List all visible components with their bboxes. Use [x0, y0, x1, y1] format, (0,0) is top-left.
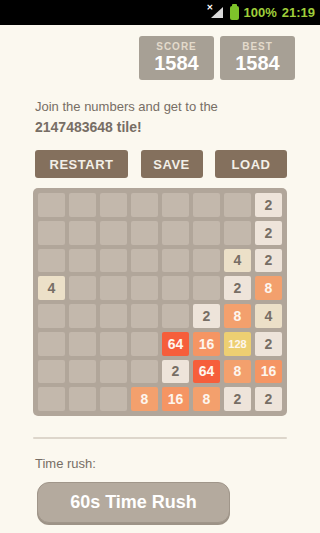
empty-cell — [100, 360, 127, 384]
empty-cell — [162, 193, 189, 217]
empty-cell — [69, 193, 96, 217]
tile-8: 8 — [224, 304, 251, 328]
empty-cell — [100, 193, 127, 217]
empty-cell — [38, 249, 65, 273]
tile-2: 2 — [255, 249, 282, 273]
battery-percent: 100% — [244, 5, 277, 20]
scoreboard: SCORE 1584 BEST 1584 — [0, 36, 295, 80]
empty-cell — [131, 249, 158, 273]
empty-cell — [131, 221, 158, 245]
empty-cell — [69, 387, 96, 411]
clock: 21:19 — [282, 5, 315, 20]
toolbar: RESTART SAVE LOAD — [35, 150, 287, 178]
tile-2: 2 — [255, 387, 282, 411]
empty-cell — [38, 387, 65, 411]
tile-4: 4 — [224, 249, 251, 273]
empty-cell — [100, 276, 127, 300]
app-screen: ✕ 100% 21:19 SCORE 1584 BEST 1584 Join t… — [0, 0, 320, 533]
empty-cell — [100, 221, 127, 245]
empty-cell — [162, 304, 189, 328]
empty-cell — [38, 304, 65, 328]
empty-cell — [193, 276, 220, 300]
empty-cell — [38, 193, 65, 217]
empty-cell — [69, 360, 96, 384]
tile-64: 64 — [193, 360, 220, 384]
tile-2: 2 — [224, 387, 251, 411]
tile-8: 8 — [193, 387, 220, 411]
empty-cell — [38, 221, 65, 245]
tile-4: 4 — [255, 304, 282, 328]
empty-cell — [69, 276, 96, 300]
score-value: 1584 — [151, 52, 202, 74]
tile-8: 8 — [131, 387, 158, 411]
best-box: BEST 1584 — [220, 36, 295, 80]
save-button[interactable]: SAVE — [141, 150, 203, 178]
time-rush-label: Time rush: — [35, 456, 320, 471]
empty-cell — [162, 249, 189, 273]
tile-2: 2 — [224, 276, 251, 300]
tile-16: 16 — [193, 332, 220, 356]
empty-cell — [131, 276, 158, 300]
empty-cell — [100, 249, 127, 273]
tile-2: 2 — [255, 332, 282, 356]
empty-cell — [193, 193, 220, 217]
intro-text: Join the numbers and get to the 21474836… — [35, 97, 290, 137]
empty-cell — [69, 332, 96, 356]
empty-cell — [69, 249, 96, 273]
best-value: 1584 — [232, 52, 283, 74]
divider — [33, 437, 287, 439]
empty-cell — [224, 221, 251, 245]
restart-button[interactable]: RESTART — [35, 150, 128, 178]
tile-16: 16 — [162, 387, 189, 411]
battery-icon — [230, 6, 239, 20]
board[interactable]: 224242828464161282264816816822 — [33, 188, 287, 416]
intro-line1: Join the numbers and get to the — [35, 97, 290, 117]
no-signal-icon: ✕ — [208, 6, 223, 19]
empty-cell — [100, 332, 127, 356]
empty-cell — [69, 221, 96, 245]
tile-2: 2 — [255, 221, 282, 245]
tile-64: 64 — [162, 332, 189, 356]
empty-cell — [131, 332, 158, 356]
intro-goal-line: 2147483648 tile! — [35, 117, 290, 137]
goal-suffix: tile! — [113, 119, 142, 135]
empty-cell — [69, 304, 96, 328]
score-box: SCORE 1584 — [139, 36, 214, 80]
status-bar: ✕ 100% 21:19 — [0, 0, 320, 25]
empty-cell — [38, 332, 65, 356]
best-label: BEST — [232, 41, 283, 52]
tile-128: 128 — [224, 332, 251, 356]
time-rush-button[interactable]: 60s Time Rush — [37, 482, 230, 523]
empty-cell — [162, 221, 189, 245]
empty-cell — [193, 221, 220, 245]
empty-cell — [193, 249, 220, 273]
tile-4: 4 — [38, 276, 65, 300]
empty-cell — [38, 360, 65, 384]
tile-16: 16 — [255, 360, 282, 384]
empty-cell — [162, 276, 189, 300]
empty-cell — [100, 304, 127, 328]
tile-8: 8 — [224, 360, 251, 384]
empty-cell — [131, 304, 158, 328]
load-button[interactable]: LOAD — [215, 150, 287, 178]
empty-cell — [100, 387, 127, 411]
tile-2: 2 — [255, 193, 282, 217]
goal-number: 2147483648 — [35, 119, 113, 135]
empty-cell — [131, 193, 158, 217]
tile-2: 2 — [193, 304, 220, 328]
tile-8: 8 — [255, 276, 282, 300]
empty-cell — [131, 360, 158, 384]
tile-2: 2 — [162, 360, 189, 384]
empty-cell — [224, 193, 251, 217]
score-label: SCORE — [151, 41, 202, 52]
